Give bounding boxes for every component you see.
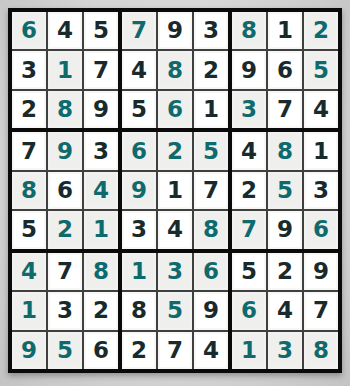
cell-r7c6[interactable]: 6 (194, 253, 228, 290)
cell-r1c1[interactable]: 6 (12, 12, 46, 49)
cell-r8c4[interactable]: 8 (122, 292, 156, 329)
cell-r7c1[interactable]: 4 (12, 253, 46, 290)
cell-r1c3[interactable]: 5 (84, 12, 118, 49)
cell-r2c1[interactable]: 3 (12, 51, 46, 88)
sudoku-board: 6453172897934825618129653747938645216259… (8, 8, 342, 373)
cell-r9c6[interactable]: 4 (194, 332, 228, 369)
cell-r4c1[interactable]: 7 (12, 132, 46, 169)
cell-r4c5[interactable]: 2 (158, 132, 192, 169)
cell-r2c4[interactable]: 4 (122, 51, 156, 88)
cell-r4c4[interactable]: 6 (122, 132, 156, 169)
cell-r5c7[interactable]: 2 (232, 172, 266, 209)
cell-r4c7[interactable]: 4 (232, 132, 266, 169)
cell-r3c1[interactable]: 2 (12, 91, 46, 128)
cell-r2c9[interactable]: 5 (304, 51, 338, 88)
cell-r9c2[interactable]: 5 (48, 332, 82, 369)
cell-r4c6[interactable]: 5 (194, 132, 228, 169)
cell-r1c5[interactable]: 9 (158, 12, 192, 49)
cell-r5c5[interactable]: 1 (158, 172, 192, 209)
cell-r6c1[interactable]: 5 (12, 211, 46, 248)
cell-r1c8[interactable]: 1 (268, 12, 302, 49)
box-r2c1: 793864521 (10, 130, 120, 250)
cell-r7c7[interactable]: 5 (232, 253, 266, 290)
cell-r9c8[interactable]: 3 (268, 332, 302, 369)
cell-r5c4[interactable]: 9 (122, 172, 156, 209)
cell-r3c9[interactable]: 4 (304, 91, 338, 128)
cell-r3c5[interactable]: 6 (158, 91, 192, 128)
cell-r6c8[interactable]: 9 (268, 211, 302, 248)
cell-r4c3[interactable]: 3 (84, 132, 118, 169)
cell-r4c9[interactable]: 1 (304, 132, 338, 169)
cell-r2c3[interactable]: 7 (84, 51, 118, 88)
box-r1c3: 812965374 (230, 10, 340, 130)
cell-r6c3[interactable]: 1 (84, 211, 118, 248)
cell-r5c3[interactable]: 4 (84, 172, 118, 209)
cell-r4c2[interactable]: 9 (48, 132, 82, 169)
cell-r6c4[interactable]: 3 (122, 211, 156, 248)
cell-r8c9[interactable]: 7 (304, 292, 338, 329)
cell-r7c4[interactable]: 1 (122, 253, 156, 290)
cell-r8c3[interactable]: 2 (84, 292, 118, 329)
cell-r5c6[interactable]: 7 (194, 172, 228, 209)
cell-r7c8[interactable]: 2 (268, 253, 302, 290)
cell-r1c6[interactable]: 3 (194, 12, 228, 49)
cell-r5c9[interactable]: 3 (304, 172, 338, 209)
cell-r7c2[interactable]: 7 (48, 253, 82, 290)
cell-r2c7[interactable]: 9 (232, 51, 266, 88)
box-r3c3: 529647138 (230, 251, 340, 371)
cell-r9c4[interactable]: 2 (122, 332, 156, 369)
cell-r1c2[interactable]: 4 (48, 12, 82, 49)
cell-r6c2[interactable]: 2 (48, 211, 82, 248)
cell-r2c8[interactable]: 6 (268, 51, 302, 88)
cell-r9c7[interactable]: 1 (232, 332, 266, 369)
cell-r7c9[interactable]: 9 (304, 253, 338, 290)
box-r2c3: 481253796 (230, 130, 340, 250)
cell-r3c3[interactable]: 9 (84, 91, 118, 128)
cell-r9c9[interactable]: 8 (304, 332, 338, 369)
cell-r9c1[interactable]: 9 (12, 332, 46, 369)
cell-r8c1[interactable]: 1 (12, 292, 46, 329)
box-r1c2: 793482561 (120, 10, 230, 130)
cell-r9c3[interactable]: 6 (84, 332, 118, 369)
cell-r1c7[interactable]: 8 (232, 12, 266, 49)
cell-r7c5[interactable]: 3 (158, 253, 192, 290)
cell-r6c7[interactable]: 7 (232, 211, 266, 248)
cell-r3c7[interactable]: 3 (232, 91, 266, 128)
cell-r2c2[interactable]: 1 (48, 51, 82, 88)
cell-r8c8[interactable]: 4 (268, 292, 302, 329)
cell-r1c4[interactable]: 7 (122, 12, 156, 49)
cell-r5c8[interactable]: 5 (268, 172, 302, 209)
cell-r1c9[interactable]: 2 (304, 12, 338, 49)
cell-r8c6[interactable]: 9 (194, 292, 228, 329)
page-background: 6453172897934825618129653747938645216259… (0, 0, 350, 386)
cell-r6c5[interactable]: 4 (158, 211, 192, 248)
cell-r3c4[interactable]: 5 (122, 91, 156, 128)
box-r3c2: 136859274 (120, 251, 230, 371)
box-r3c1: 478132956 (10, 251, 120, 371)
cell-r6c9[interactable]: 6 (304, 211, 338, 248)
cell-r3c2[interactable]: 8 (48, 91, 82, 128)
cell-r2c6[interactable]: 2 (194, 51, 228, 88)
cell-r9c5[interactable]: 7 (158, 332, 192, 369)
cell-r6c6[interactable]: 8 (194, 211, 228, 248)
cell-r8c5[interactable]: 5 (158, 292, 192, 329)
cell-r8c2[interactable]: 3 (48, 292, 82, 329)
cell-r3c6[interactable]: 1 (194, 91, 228, 128)
cell-r7c3[interactable]: 8 (84, 253, 118, 290)
cell-r5c2[interactable]: 6 (48, 172, 82, 209)
box-r1c1: 645317289 (10, 10, 120, 130)
cell-r5c1[interactable]: 8 (12, 172, 46, 209)
cell-r3c8[interactable]: 7 (268, 91, 302, 128)
cell-r8c7[interactable]: 6 (232, 292, 266, 329)
cell-r2c5[interactable]: 8 (158, 51, 192, 88)
box-r2c2: 625917348 (120, 130, 230, 250)
cell-r4c8[interactable]: 8 (268, 132, 302, 169)
